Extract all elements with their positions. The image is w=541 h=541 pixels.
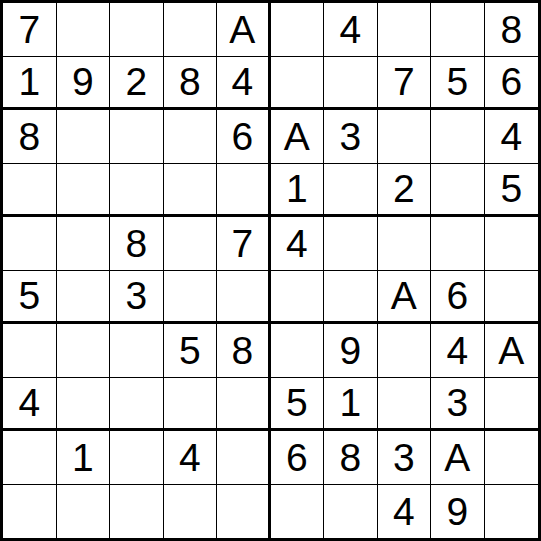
cell-r8c2[interactable] [57,378,111,432]
cell-r9c5[interactable] [217,431,271,485]
cell-r3c10[interactable]: 4 [485,110,539,164]
cell-r7c2[interactable] [57,324,111,378]
cell-r8c8[interactable] [378,378,432,432]
cell-r1c10[interactable]: 8 [485,3,539,57]
cell-r8c5[interactable] [217,378,271,432]
cell-r2c8[interactable]: 7 [378,57,432,111]
cell-r8c1[interactable]: 4 [3,378,57,432]
cell-r2c9[interactable]: 5 [431,57,485,111]
sudoku-board: 7A481928475686A3412587453A65894A45131468… [0,0,541,541]
cell-r9c3[interactable] [110,431,164,485]
cell-r5c8[interactable] [378,217,432,271]
cell-r6c3[interactable]: 3 [110,271,164,325]
cell-r1c9[interactable] [431,3,485,57]
cell-r2c2[interactable]: 9 [57,57,111,111]
cell-r2c4[interactable]: 8 [164,57,218,111]
cell-r9c2[interactable]: 1 [57,431,111,485]
cell-r8c3[interactable] [110,378,164,432]
cell-r8c9[interactable]: 3 [431,378,485,432]
cell-r3c9[interactable] [431,110,485,164]
cell-r7c1[interactable] [3,324,57,378]
cell-r9c4[interactable]: 4 [164,431,218,485]
cell-r5c1[interactable] [3,217,57,271]
cell-r4c8[interactable]: 2 [378,164,432,218]
cell-r6c6[interactable] [271,271,325,325]
cell-r3c8[interactable] [378,110,432,164]
cell-r10c4[interactable] [164,485,218,539]
cell-r2c5[interactable]: 4 [217,57,271,111]
cell-r7c7[interactable]: 9 [324,324,378,378]
cell-r7c5[interactable]: 8 [217,324,271,378]
cell-r10c2[interactable] [57,485,111,539]
cell-r7c3[interactable] [110,324,164,378]
cell-r3c1[interactable]: 8 [3,110,57,164]
cell-r1c8[interactable] [378,3,432,57]
cell-r4c2[interactable] [57,164,111,218]
cell-r1c1[interactable]: 7 [3,3,57,57]
cell-r4c6[interactable]: 1 [271,164,325,218]
cell-r2c7[interactable] [324,57,378,111]
cell-r7c4[interactable]: 5 [164,324,218,378]
cell-r2c3[interactable]: 2 [110,57,164,111]
cell-r1c2[interactable] [57,3,111,57]
cell-r5c5[interactable]: 7 [217,217,271,271]
cell-r4c5[interactable] [217,164,271,218]
cell-r1c5[interactable]: A [217,3,271,57]
cell-r4c7[interactable] [324,164,378,218]
cell-r10c1[interactable] [3,485,57,539]
cell-r1c7[interactable]: 4 [324,3,378,57]
cell-r8c6[interactable]: 5 [271,378,325,432]
cell-r7c6[interactable] [271,324,325,378]
cell-r6c8[interactable]: A [378,271,432,325]
cell-r4c10[interactable]: 5 [485,164,539,218]
cell-r10c8[interactable]: 4 [378,485,432,539]
cell-r2c1[interactable]: 1 [3,57,57,111]
cell-r5c3[interactable]: 8 [110,217,164,271]
cell-r9c10[interactable] [485,431,539,485]
cell-r5c6[interactable]: 4 [271,217,325,271]
cell-r7c9[interactable]: 4 [431,324,485,378]
cell-r3c7[interactable]: 3 [324,110,378,164]
cell-r6c7[interactable] [324,271,378,325]
cell-r6c5[interactable] [217,271,271,325]
cell-r6c9[interactable]: 6 [431,271,485,325]
cell-r5c7[interactable] [324,217,378,271]
cell-r10c3[interactable] [110,485,164,539]
cell-r5c2[interactable] [57,217,111,271]
cell-r6c2[interactable] [57,271,111,325]
cell-r4c1[interactable] [3,164,57,218]
cell-r4c4[interactable] [164,164,218,218]
cell-r9c7[interactable]: 8 [324,431,378,485]
cell-r4c3[interactable] [110,164,164,218]
cell-r10c10[interactable] [485,485,539,539]
cell-r10c7[interactable] [324,485,378,539]
cell-r1c3[interactable] [110,3,164,57]
cell-r5c9[interactable] [431,217,485,271]
cell-r8c7[interactable]: 1 [324,378,378,432]
cell-r1c6[interactable] [271,3,325,57]
cell-r8c4[interactable] [164,378,218,432]
cell-r3c3[interactable] [110,110,164,164]
cell-r4c9[interactable] [431,164,485,218]
cell-r1c4[interactable] [164,3,218,57]
cell-r9c8[interactable]: 3 [378,431,432,485]
cell-r6c1[interactable]: 5 [3,271,57,325]
cell-r10c6[interactable] [271,485,325,539]
cell-r10c9[interactable]: 9 [431,485,485,539]
cell-r10c5[interactable] [217,485,271,539]
cell-r3c2[interactable] [57,110,111,164]
cell-r9c1[interactable] [3,431,57,485]
cell-r3c4[interactable] [164,110,218,164]
cell-r5c4[interactable] [164,217,218,271]
cell-r7c8[interactable] [378,324,432,378]
cell-r2c6[interactable] [271,57,325,111]
cell-r9c9[interactable]: A [431,431,485,485]
cell-r9c6[interactable]: 6 [271,431,325,485]
cell-r8c10[interactable] [485,378,539,432]
cell-r2c10[interactable]: 6 [485,57,539,111]
cell-r7c10[interactable]: A [485,324,539,378]
cell-r6c4[interactable] [164,271,218,325]
cell-r3c6[interactable]: A [271,110,325,164]
cell-r5c10[interactable] [485,217,539,271]
cell-r3c5[interactable]: 6 [217,110,271,164]
cell-r6c10[interactable] [485,271,539,325]
